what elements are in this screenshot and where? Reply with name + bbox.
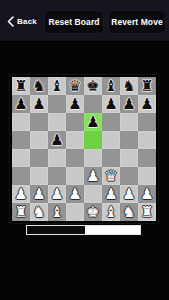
white-bishop-c1: ♝ [48, 203, 66, 221]
white-knight-g1: ♞ [120, 203, 138, 221]
square-f7[interactable]: ♟ [102, 95, 120, 113]
white-rook-a1: ♜ [12, 203, 30, 221]
chess-board[interactable]: ♜♞♝♛♚♝♞♜♟♟♟♟♟♟♟♟♟♛♟♟♟♟♟♟♟♜♞♝♚♝♞♜ [10, 75, 158, 223]
chevron-left-icon [7, 16, 14, 27]
black-rook-h8: ♜ [138, 77, 156, 95]
white-knight-b1: ♞ [30, 203, 48, 221]
square-h2[interactable]: ♟ [138, 185, 156, 203]
square-c5[interactable]: ♟ [48, 131, 66, 149]
black-king-e8: ♚ [84, 77, 102, 95]
black-pawn-a7: ♟ [12, 95, 30, 113]
revert-move-button[interactable]: Revert Move [108, 10, 166, 34]
white-queen-f3: ♛ [102, 167, 120, 185]
square-d2[interactable]: ♟ [66, 185, 84, 203]
square-h5[interactable] [138, 131, 156, 149]
square-a6[interactable] [12, 113, 30, 131]
white-pawn-d2: ♟ [66, 185, 84, 203]
square-b7[interactable]: ♟ [30, 95, 48, 113]
black-pawn-g7: ♟ [120, 95, 138, 113]
square-a3[interactable] [12, 167, 30, 185]
square-b8[interactable]: ♞ [30, 77, 48, 95]
evaluation-bar [26, 225, 141, 235]
square-g7[interactable]: ♟ [120, 95, 138, 113]
square-b6[interactable] [30, 113, 48, 131]
square-g1[interactable]: ♞ [120, 203, 138, 221]
top-bar: Back Reset Board Revert Move [0, 0, 169, 42]
square-a2[interactable]: ♟ [12, 185, 30, 203]
square-h1[interactable]: ♜ [138, 203, 156, 221]
square-c7[interactable] [48, 95, 66, 113]
square-f6[interactable] [102, 113, 120, 131]
back-label: Back [17, 17, 37, 26]
white-pawn-a2: ♟ [12, 185, 30, 203]
white-pawn-c2: ♟ [48, 185, 66, 203]
square-g4[interactable] [120, 149, 138, 167]
square-f4[interactable] [102, 149, 120, 167]
black-pawn-h7: ♟ [138, 95, 156, 113]
square-h3[interactable] [138, 167, 156, 185]
black-pawn-e6: ♟ [84, 113, 102, 131]
square-b1[interactable]: ♞ [30, 203, 48, 221]
black-pawn-b7: ♟ [30, 95, 48, 113]
square-c2[interactable]: ♟ [48, 185, 66, 203]
square-a5[interactable] [12, 131, 30, 149]
square-d6[interactable] [66, 113, 84, 131]
back-button[interactable]: Back [7, 14, 37, 28]
square-c6[interactable] [48, 113, 66, 131]
square-e2[interactable] [84, 185, 102, 203]
square-h4[interactable] [138, 149, 156, 167]
black-knight-g8: ♞ [120, 77, 138, 95]
square-a7[interactable]: ♟ [12, 95, 30, 113]
square-b4[interactable] [30, 149, 48, 167]
black-pawn-d7: ♟ [66, 95, 84, 113]
square-d4[interactable] [66, 149, 84, 167]
square-g2[interactable]: ♟ [120, 185, 138, 203]
reset-board-button[interactable]: Reset Board [44, 10, 104, 34]
square-b2[interactable]: ♟ [30, 185, 48, 203]
square-b3[interactable] [30, 167, 48, 185]
black-queen-d8: ♛ [66, 77, 84, 95]
square-d5[interactable] [66, 131, 84, 149]
square-e8[interactable]: ♚ [84, 77, 102, 95]
square-c8[interactable]: ♝ [48, 77, 66, 95]
square-d3[interactable] [66, 167, 84, 185]
black-rook-a8: ♜ [12, 77, 30, 95]
square-g8[interactable]: ♞ [120, 77, 138, 95]
black-bishop-f8: ♝ [102, 77, 120, 95]
white-rook-h1: ♜ [138, 203, 156, 221]
square-e7[interactable] [84, 95, 102, 113]
square-e1[interactable]: ♚ [84, 203, 102, 221]
white-pawn-b2: ♟ [30, 185, 48, 203]
square-c1[interactable]: ♝ [48, 203, 66, 221]
white-king-e1: ♚ [84, 203, 102, 221]
square-b5[interactable] [30, 131, 48, 149]
square-f5[interactable] [102, 131, 120, 149]
square-f3[interactable]: ♛ [102, 167, 120, 185]
white-pawn-g2: ♟ [120, 185, 138, 203]
square-a8[interactable]: ♜ [12, 77, 30, 95]
square-f2[interactable]: ♟ [102, 185, 120, 203]
black-bishop-c8: ♝ [48, 77, 66, 95]
black-pawn-c5: ♟ [48, 131, 66, 149]
square-e6[interactable]: ♟ [84, 113, 102, 131]
square-f8[interactable]: ♝ [102, 77, 120, 95]
square-g3[interactable] [120, 167, 138, 185]
black-pawn-f7: ♟ [102, 95, 120, 113]
square-c4[interactable] [48, 149, 66, 167]
square-c3[interactable] [48, 167, 66, 185]
white-pawn-e3: ♟ [84, 167, 102, 185]
white-pawn-h2: ♟ [138, 185, 156, 203]
square-g6[interactable] [120, 113, 138, 131]
square-f1[interactable]: ♝ [102, 203, 120, 221]
square-d8[interactable]: ♛ [66, 77, 84, 95]
square-e4[interactable] [84, 149, 102, 167]
square-a1[interactable]: ♜ [12, 203, 30, 221]
square-h8[interactable]: ♜ [138, 77, 156, 95]
white-bishop-f1: ♝ [102, 203, 120, 221]
black-knight-b8: ♞ [30, 77, 48, 95]
square-d1[interactable] [66, 203, 84, 221]
square-g5[interactable] [120, 131, 138, 149]
evaluation-bar-black-fill [27, 226, 85, 234]
white-pawn-f2: ♟ [102, 185, 120, 203]
square-e3[interactable]: ♟ [84, 167, 102, 185]
square-h7[interactable]: ♟ [138, 95, 156, 113]
square-d7[interactable]: ♟ [66, 95, 84, 113]
square-e5[interactable] [84, 131, 102, 149]
square-a4[interactable] [12, 149, 30, 167]
square-h6[interactable] [138, 113, 156, 131]
